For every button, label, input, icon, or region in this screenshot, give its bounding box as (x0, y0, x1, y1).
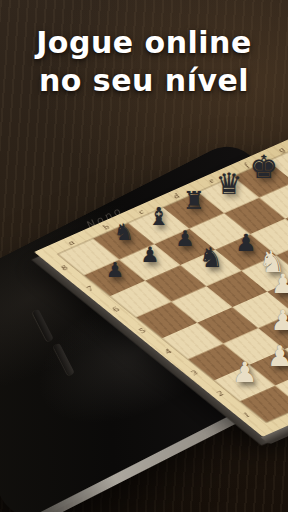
black-pawn[interactable]: ♟ (175, 228, 194, 250)
black-pawn[interactable]: ♟ (140, 244, 159, 265)
black-knight[interactable]: ♞ (114, 222, 135, 245)
black-king[interactable]: ♚ (250, 152, 279, 184)
black-bishop[interactable]: ♝ (148, 205, 170, 230)
white-pawn[interactable]: ♟ (232, 359, 257, 387)
white-pawn[interactable]: ♟ (267, 343, 288, 372)
black-knight[interactable]: ♞ (199, 244, 224, 271)
headline: Jogue online no seu nível (0, 24, 288, 100)
black-queen[interactable]: ♛ (216, 170, 242, 200)
promo-screen: Jogue online no seu nível Nono abcdefgh … (0, 0, 288, 512)
white-pawn[interactable]: ♟ (271, 271, 288, 298)
black-pawn[interactable]: ♟ (235, 232, 256, 256)
white-pawn[interactable]: ♟ (271, 307, 288, 335)
headline-line2: no seu nível (0, 62, 288, 100)
headline-line1: Jogue online (0, 24, 288, 62)
black-pawn[interactable]: ♟ (106, 260, 124, 281)
black-rook[interactable]: ♜ (183, 189, 205, 214)
